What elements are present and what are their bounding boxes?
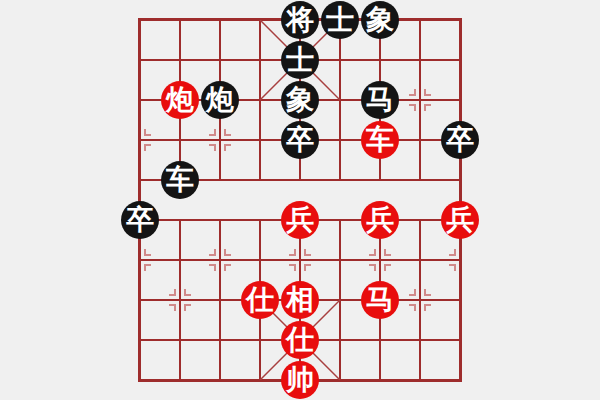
piece-black-pawn[interactable]: 卒 <box>121 201 159 239</box>
piece-red-cannon[interactable]: 炮 <box>161 81 199 119</box>
point-marker <box>289 249 296 256</box>
point-marker <box>144 144 151 151</box>
xiangqi-board[interactable]: 将士象士炮炮象马卒车卒车卒兵兵兵仕相马仕帅 <box>140 20 460 380</box>
point-marker <box>144 129 151 136</box>
point-marker <box>409 104 416 111</box>
point-marker <box>169 289 176 296</box>
point-marker <box>424 104 431 111</box>
point-marker <box>209 249 216 256</box>
point-marker <box>304 264 311 271</box>
point-marker <box>224 264 231 271</box>
point-marker <box>384 264 391 271</box>
app-background: 将士象士炮炮象马卒车卒车卒兵兵兵仕相马仕帅 <box>0 0 600 400</box>
point-marker <box>209 144 216 151</box>
piece-red-pawn[interactable]: 兵 <box>441 201 479 239</box>
piece-black-chariot[interactable]: 车 <box>161 161 199 199</box>
piece-black-advisor[interactable]: 士 <box>281 41 319 79</box>
piece-red-pawn[interactable]: 兵 <box>361 201 399 239</box>
point-marker <box>449 264 456 271</box>
grid-line-vertical <box>419 20 421 180</box>
point-marker <box>304 249 311 256</box>
piece-black-general[interactable]: 将 <box>281 1 319 39</box>
grid-line-vertical <box>339 220 341 380</box>
point-marker <box>409 304 416 311</box>
piece-black-pawn[interactable]: 卒 <box>441 121 479 159</box>
grid-line-vertical <box>259 20 261 180</box>
point-marker <box>369 264 376 271</box>
piece-red-elephant[interactable]: 相 <box>281 281 319 319</box>
point-marker <box>184 304 191 311</box>
point-marker <box>289 264 296 271</box>
piece-black-elephant[interactable]: 象 <box>361 1 399 39</box>
piece-black-advisor[interactable]: 士 <box>321 1 359 39</box>
point-marker <box>409 289 416 296</box>
point-marker <box>209 129 216 136</box>
point-marker <box>424 289 431 296</box>
piece-red-horse[interactable]: 马 <box>361 281 399 319</box>
point-marker <box>209 264 216 271</box>
point-marker <box>424 304 431 311</box>
piece-red-chariot[interactable]: 车 <box>361 121 399 159</box>
piece-red-advisor[interactable]: 仕 <box>281 321 319 359</box>
point-marker <box>169 304 176 311</box>
piece-red-advisor[interactable]: 仕 <box>241 281 279 319</box>
piece-black-horse[interactable]: 马 <box>361 81 399 119</box>
piece-red-pawn[interactable]: 兵 <box>281 201 319 239</box>
point-marker <box>224 129 231 136</box>
grid-line-vertical <box>179 220 181 380</box>
piece-red-general[interactable]: 帅 <box>281 361 319 399</box>
piece-black-cannon[interactable]: 炮 <box>201 81 239 119</box>
point-marker <box>184 289 191 296</box>
point-marker <box>384 249 391 256</box>
grid-line-vertical <box>419 220 421 380</box>
grid-line-vertical <box>219 220 221 380</box>
grid-line-vertical <box>339 20 341 180</box>
piece-black-pawn[interactable]: 卒 <box>281 121 319 159</box>
point-marker <box>224 249 231 256</box>
point-marker <box>449 249 456 256</box>
point-marker <box>144 264 151 271</box>
point-marker <box>369 249 376 256</box>
point-marker <box>424 89 431 96</box>
point-marker <box>409 89 416 96</box>
point-marker <box>224 144 231 151</box>
piece-black-elephant[interactable]: 象 <box>281 81 319 119</box>
point-marker <box>144 249 151 256</box>
